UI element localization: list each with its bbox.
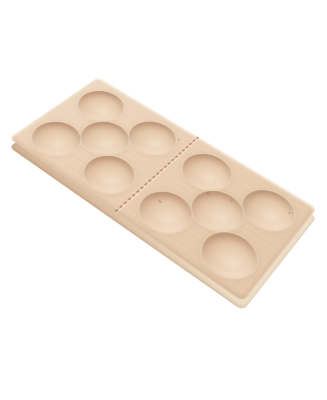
product-photo-scene bbox=[0, 0, 327, 400]
